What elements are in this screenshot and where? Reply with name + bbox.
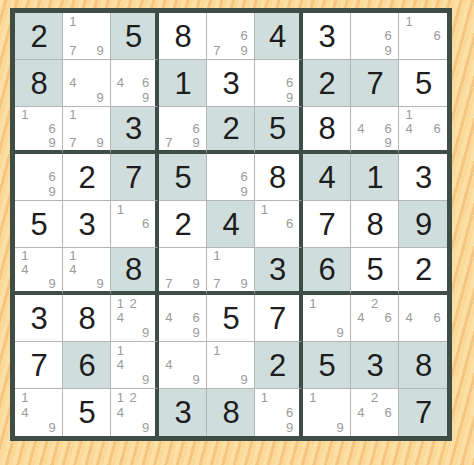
pencil-digit: 2 — [368, 390, 382, 405]
pencil-digit: 6 — [139, 217, 152, 232]
pencil-digit: 9 — [381, 135, 395, 149]
pencil-digit: 4 — [402, 311, 416, 326]
pencil-digit: 6 — [381, 311, 395, 326]
cell-r5c2[interactable]: 3 — [63, 201, 111, 248]
pencil-digit: 6 — [430, 122, 444, 136]
pencil-digit: 6 — [189, 311, 203, 326]
pencil-digit: 9 — [189, 372, 203, 387]
pencil-digit: 1 — [114, 202, 127, 217]
cell-r3c4[interactable]: 679 — [159, 107, 207, 154]
pencil-digit: 1 — [210, 249, 224, 263]
big-digit: 5 — [318, 350, 334, 381]
big-digit: 8 — [222, 397, 238, 428]
big-digit: 1 — [366, 162, 382, 193]
pencil-marks: 146 — [402, 108, 444, 149]
big-digit: 8 — [415, 350, 431, 381]
cell-r1c1[interactable]: 2 — [15, 13, 63, 60]
pencil-digit: 1 — [258, 390, 271, 405]
pencil-digit: 9 — [139, 372, 152, 387]
cell-r4c1[interactable]: 69 — [15, 154, 63, 201]
cell-r5c8[interactable]: 8 — [351, 201, 399, 248]
cell-r9c4[interactable]: 3 — [159, 389, 207, 436]
cell-r9c9[interactable]: 7 — [399, 389, 447, 436]
big-digit: 5 — [415, 68, 431, 99]
cell-r5c1[interactable]: 5 — [15, 201, 63, 248]
pencil-digit: 4 — [354, 405, 368, 420]
pencil-digit: 1 — [66, 14, 80, 29]
cell-r2c5[interactable]: 3 — [207, 60, 255, 107]
pencil-marks: 679 — [210, 14, 251, 58]
pencil-marks: 16 — [258, 202, 296, 246]
pencil-digit: 4 — [402, 122, 416, 136]
pencil-marks: 469 — [114, 61, 152, 105]
pencil-digit: 4 — [66, 263, 80, 277]
pencil-digit: 6 — [189, 122, 203, 136]
cell-r2c8[interactable]: 7 — [351, 60, 399, 107]
cell-r1c9[interactable]: 16 — [399, 13, 447, 60]
pencil-marks: 469 — [354, 108, 395, 149]
pencil-digit: 1 — [66, 108, 80, 122]
big-digit: 1 — [174, 68, 190, 99]
cell-r6c3[interactable]: 8 — [111, 248, 159, 295]
pencil-digit: 6 — [237, 29, 251, 44]
big-digit: 7 — [30, 350, 46, 381]
pencil-marks: 79 — [162, 249, 203, 290]
cell-r5c4[interactable]: 2 — [159, 201, 207, 248]
pencil-digit: 7 — [66, 135, 80, 149]
cell-r9c7[interactable]: 19 — [303, 389, 351, 436]
cell-r7c5[interactable]: 5 — [207, 295, 255, 342]
big-digit: 4 — [222, 209, 238, 240]
pencil-digit: 6 — [381, 405, 395, 420]
cell-r1c7[interactable]: 3 — [303, 13, 351, 60]
pencil-digit: 9 — [237, 372, 251, 387]
pencil-digit: 9 — [93, 135, 107, 149]
cell-r5c3[interactable]: 16 — [111, 201, 159, 248]
pencil-digit: 4 — [162, 311, 176, 326]
cell-r3c2[interactable]: 179 — [63, 107, 111, 154]
pencil-digit: 2 — [127, 390, 140, 405]
cell-r7c2[interactable]: 8 — [63, 295, 111, 342]
cell-r8c9[interactable]: 8 — [399, 342, 447, 389]
pencil-marks: 19 — [306, 390, 347, 435]
pencil-digit: 9 — [333, 420, 347, 435]
pencil-digit: 7 — [162, 276, 176, 290]
big-digit: 5 — [222, 303, 238, 334]
big-digit: 8 — [366, 209, 382, 240]
cell-r9c1[interactable]: 149 — [15, 389, 63, 436]
pencil-digit: 1 — [306, 390, 320, 405]
pencil-digit: 4 — [162, 358, 176, 373]
pencil-digit: 4 — [114, 358, 127, 373]
pencil-digit: 9 — [283, 420, 296, 435]
pencil-digit: 9 — [139, 325, 152, 340]
pencil-marks: 16 — [402, 14, 444, 58]
big-digit: 7 — [318, 209, 334, 240]
cell-r6c2[interactable]: 149 — [63, 248, 111, 295]
big-digit: 8 — [174, 21, 190, 52]
cell-r4c2[interactable]: 2 — [63, 154, 111, 201]
cell-r1c4[interactable]: 8 — [159, 13, 207, 60]
pencil-digit: 1 — [210, 343, 224, 358]
big-digit: 5 — [125, 21, 141, 52]
big-digit: 4 — [318, 162, 334, 193]
pencil-marks: 1249 — [114, 390, 152, 435]
pencil-digit: 4 — [18, 405, 32, 420]
pencil-marks: 246 — [354, 390, 395, 435]
big-digit: 3 — [318, 21, 334, 52]
pencil-digit: 4 — [114, 76, 127, 91]
cell-r6c9[interactable]: 2 — [399, 248, 447, 295]
cell-r4c9[interactable]: 3 — [399, 154, 447, 201]
pencil-digit: 1 — [114, 343, 127, 358]
pencil-marks: 46 — [402, 296, 444, 340]
pencil-digit: 6 — [283, 405, 296, 420]
pencil-digit: 9 — [93, 90, 107, 105]
big-digit: 5 — [366, 254, 382, 285]
pencil-digit: 9 — [139, 420, 152, 435]
cell-r1c6[interactable]: 4 — [255, 13, 303, 60]
pencil-digit: 4 — [354, 311, 368, 326]
pencil-marks: 49 — [66, 61, 107, 105]
cell-r9c2[interactable]: 5 — [63, 389, 111, 436]
big-digit: 3 — [222, 68, 238, 99]
cell-r4c4[interactable]: 5 — [159, 154, 207, 201]
pencil-marks: 179 — [66, 14, 107, 58]
pencil-digit: 6 — [45, 122, 59, 136]
big-digit: 3 — [30, 303, 46, 334]
pencil-digit: 6 — [430, 29, 444, 44]
pencil-digit: 6 — [283, 76, 296, 91]
big-digit: 2 — [174, 209, 190, 240]
cell-r2c9[interactable]: 5 — [399, 60, 447, 107]
big-digit: 7 — [415, 397, 431, 428]
pencil-digit: 1 — [114, 296, 127, 311]
big-digit: 3 — [174, 397, 190, 428]
pencil-digit: 7 — [66, 43, 80, 58]
pencil-marks: 679 — [162, 108, 203, 149]
pencil-marks: 16 — [114, 202, 152, 246]
big-digit: 7 — [269, 303, 285, 334]
big-digit: 3 — [125, 113, 141, 144]
pencil-digit: 1 — [18, 390, 32, 405]
page-background: { "game": "sudoku", "position": "2.58.43… — [0, 0, 474, 465]
cell-r6c5[interactable]: 179 — [207, 248, 255, 295]
pencil-digit: 9 — [45, 276, 59, 290]
big-digit: 6 — [78, 350, 94, 381]
big-digit: 2 — [30, 21, 46, 52]
pencil-digit: 9 — [139, 90, 152, 105]
pencil-marks: 169 — [258, 390, 296, 435]
pencil-marks: 149 — [18, 249, 59, 290]
pencil-marks: 149 — [66, 249, 107, 290]
cell-r3c9[interactable]: 146 — [399, 107, 447, 154]
pencil-digit: 9 — [93, 276, 107, 290]
big-digit: 8 — [318, 113, 334, 144]
big-digit: 2 — [78, 162, 94, 193]
cell-r4c8[interactable]: 1 — [351, 154, 399, 201]
cell-r6c7[interactable]: 6 — [303, 248, 351, 295]
cell-r7c7[interactable]: 19 — [303, 295, 351, 342]
pencil-digit: 9 — [45, 135, 59, 149]
pencil-digit: 9 — [381, 43, 395, 58]
pencil-digit: 1 — [66, 249, 80, 263]
cell-r7c9[interactable]: 46 — [399, 295, 447, 342]
big-digit: 5 — [269, 113, 285, 144]
cell-r5c6[interactable]: 16 — [255, 201, 303, 248]
pencil-digit: 1 — [18, 249, 32, 263]
pencil-marks: 246 — [354, 296, 395, 340]
cell-r1c3[interactable]: 5 — [111, 13, 159, 60]
big-digit: 5 — [78, 397, 94, 428]
pencil-digit: 7 — [162, 135, 176, 149]
big-digit: 8 — [125, 254, 141, 285]
pencil-digit: 1 — [306, 296, 320, 311]
cell-r9c6[interactable]: 169 — [255, 389, 303, 436]
cell-r5c5[interactable]: 4 — [207, 201, 255, 248]
big-digit: 2 — [269, 350, 285, 381]
pencil-digit: 6 — [381, 29, 395, 44]
pencil-digit: 9 — [237, 276, 251, 290]
sudoku-board: 2179586794369168494691369275169179367925… — [10, 8, 452, 441]
pencil-digit: 1 — [114, 390, 127, 405]
cell-r3c8[interactable]: 469 — [351, 107, 399, 154]
cell-r6c1[interactable]: 149 — [15, 248, 63, 295]
pencil-digit: 7 — [210, 43, 224, 58]
cell-r2c7[interactable]: 2 — [303, 60, 351, 107]
cell-r1c2[interactable]: 179 — [63, 13, 111, 60]
pencil-digit: 1 — [402, 108, 416, 122]
cell-r7c4[interactable]: 469 — [159, 295, 207, 342]
cell-r8c5[interactable]: 19 — [207, 342, 255, 389]
pencil-digit: 9 — [237, 184, 251, 199]
cell-r5c9[interactable]: 9 — [399, 201, 447, 248]
pencil-marks: 69 — [18, 155, 59, 199]
pencil-digit: 4 — [66, 76, 80, 91]
cell-r5c7[interactable]: 7 — [303, 201, 351, 248]
pencil-digit: 1 — [18, 108, 32, 122]
pencil-digit: 6 — [45, 170, 59, 185]
cell-r7c8[interactable]: 246 — [351, 295, 399, 342]
pencil-digit: 9 — [189, 135, 203, 149]
cell-r7c1[interactable]: 3 — [15, 295, 63, 342]
big-digit: 5 — [174, 162, 190, 193]
pencil-digit: 9 — [333, 325, 347, 340]
pencil-digit: 9 — [93, 43, 107, 58]
pencil-digit: 9 — [189, 276, 203, 290]
cell-r2c1[interactable]: 8 — [15, 60, 63, 107]
cell-r9c5[interactable]: 8 — [207, 389, 255, 436]
cell-r3c7[interactable]: 8 — [303, 107, 351, 154]
pencil-marks: 19 — [306, 296, 347, 340]
pencil-marks: 149 — [114, 343, 152, 387]
pencil-digit: 9 — [237, 43, 251, 58]
big-digit: 8 — [30, 68, 46, 99]
cell-r8c2[interactable]: 6 — [63, 342, 111, 389]
pencil-digit: 1 — [258, 202, 271, 217]
pencil-marks: 69 — [258, 61, 296, 105]
pencil-marks: 179 — [66, 108, 107, 149]
pencil-digit: 7 — [210, 276, 224, 290]
cell-r1c5[interactable]: 679 — [207, 13, 255, 60]
pencil-digit: 4 — [114, 311, 127, 326]
pencil-marks: 69 — [210, 155, 251, 199]
cell-r2c2[interactable]: 49 — [63, 60, 111, 107]
pencil-digit: 4 — [114, 405, 127, 420]
pencil-marks: 19 — [210, 343, 251, 387]
big-digit: 7 — [366, 68, 382, 99]
big-digit: 5 — [30, 209, 46, 240]
big-digit: 3 — [269, 254, 285, 285]
cell-r3c5[interactable]: 2 — [207, 107, 255, 154]
cell-r6c8[interactable]: 5 — [351, 248, 399, 295]
pencil-digit: 6 — [237, 170, 251, 185]
cell-r8c3[interactable]: 149 — [111, 342, 159, 389]
cell-r3c1[interactable]: 169 — [15, 107, 63, 154]
pencil-digit: 6 — [381, 122, 395, 136]
pencil-digit: 1 — [402, 14, 416, 29]
cell-r4c3[interactable]: 7 — [111, 154, 159, 201]
big-digit: 3 — [366, 350, 382, 381]
cell-r6c4[interactable]: 79 — [159, 248, 207, 295]
big-digit: 4 — [269, 21, 285, 52]
big-digit: 3 — [78, 209, 94, 240]
pencil-digit: 9 — [45, 184, 59, 199]
pencil-marks: 149 — [18, 390, 59, 435]
big-digit: 6 — [318, 254, 334, 285]
cell-r6c6[interactable]: 3 — [255, 248, 303, 295]
pencil-marks: 169 — [18, 108, 59, 149]
pencil-digit: 2 — [127, 296, 140, 311]
cell-r3c3[interactable]: 3 — [111, 107, 159, 154]
big-digit: 2 — [222, 113, 238, 144]
cell-r8c6[interactable]: 2 — [255, 342, 303, 389]
pencil-marks: 469 — [162, 296, 203, 340]
cell-r9c8[interactable]: 246 — [351, 389, 399, 436]
pencil-marks: 179 — [210, 249, 251, 290]
big-digit: 3 — [415, 162, 431, 193]
pencil-digit: 9 — [45, 420, 59, 435]
big-digit: 9 — [415, 209, 431, 240]
pencil-marks: 69 — [354, 14, 395, 58]
big-digit: 2 — [318, 68, 334, 99]
cell-r3c6[interactable]: 5 — [255, 107, 303, 154]
pencil-digit: 4 — [354, 122, 368, 136]
cell-r7c6[interactable]: 7 — [255, 295, 303, 342]
cell-r2c3[interactable]: 469 — [111, 60, 159, 107]
cell-r4c5[interactable]: 69 — [207, 154, 255, 201]
cell-r8c1[interactable]: 7 — [15, 342, 63, 389]
cell-r1c8[interactable]: 69 — [351, 13, 399, 60]
pencil-digit: 9 — [189, 325, 203, 340]
pencil-marks: 49 — [162, 343, 203, 387]
pencil-digit: 6 — [283, 217, 296, 232]
big-digit: 8 — [269, 162, 285, 193]
cell-r7c3[interactable]: 1249 — [111, 295, 159, 342]
cell-r8c4[interactable]: 49 — [159, 342, 207, 389]
pencil-digit: 2 — [368, 296, 382, 311]
cell-r4c6[interactable]: 8 — [255, 154, 303, 201]
pencil-marks: 1249 — [114, 296, 152, 340]
cell-r8c8[interactable]: 3 — [351, 342, 399, 389]
cell-r2c6[interactable]: 69 — [255, 60, 303, 107]
cell-r8c7[interactable]: 5 — [303, 342, 351, 389]
big-digit: 7 — [125, 162, 141, 193]
pencil-digit: 6 — [139, 76, 152, 91]
pencil-digit: 6 — [430, 311, 444, 326]
cell-r2c4[interactable]: 1 — [159, 60, 207, 107]
cell-r9c3[interactable]: 1249 — [111, 389, 159, 436]
big-digit: 2 — [415, 254, 431, 285]
pencil-digit: 4 — [18, 263, 32, 277]
pencil-digit: 9 — [283, 90, 296, 105]
cell-r4c7[interactable]: 4 — [303, 154, 351, 201]
big-digit: 8 — [78, 303, 94, 334]
